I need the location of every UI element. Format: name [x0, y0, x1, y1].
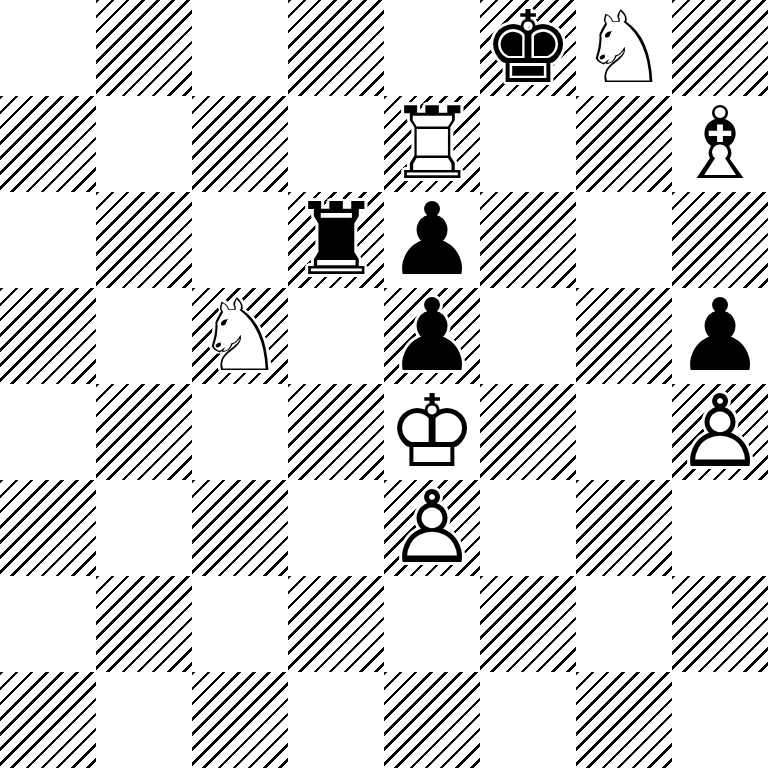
square-e7[interactable]: ♜♖: [384, 96, 480, 192]
square-b4[interactable]: [96, 384, 192, 480]
white-pawn-icon[interactable]: ♙: [384, 480, 480, 576]
white-bishop-icon[interactable]: ♗: [672, 96, 768, 192]
white-pawn-icon[interactable]: ♙: [672, 384, 768, 480]
black-pawn-icon[interactable]: ♟: [672, 288, 768, 384]
square-h6[interactable]: [672, 192, 768, 288]
square-b6[interactable]: [96, 192, 192, 288]
square-g8[interactable]: ♞♘: [576, 0, 672, 96]
black-pawn-icon[interactable]: ♟: [384, 288, 480, 384]
square-e6[interactable]: ♟♟: [384, 192, 480, 288]
square-h4[interactable]: ♟♙: [672, 384, 768, 480]
square-d5[interactable]: [288, 288, 384, 384]
square-c2[interactable]: [192, 576, 288, 672]
square-a4[interactable]: [0, 384, 96, 480]
square-a2[interactable]: [0, 576, 96, 672]
square-f7[interactable]: [480, 96, 576, 192]
square-f3[interactable]: [480, 480, 576, 576]
square-d3[interactable]: [288, 480, 384, 576]
square-c8[interactable]: [192, 0, 288, 96]
square-h2[interactable]: [672, 576, 768, 672]
square-a7[interactable]: [0, 96, 96, 192]
square-h5[interactable]: ♟♟: [672, 288, 768, 384]
square-e8[interactable]: [384, 0, 480, 96]
square-h3[interactable]: [672, 480, 768, 576]
square-e3[interactable]: ♟♙: [384, 480, 480, 576]
white-king-icon[interactable]: ♔: [384, 384, 480, 480]
square-b2[interactable]: [96, 576, 192, 672]
square-h7[interactable]: ♝♗: [672, 96, 768, 192]
square-b5[interactable]: [96, 288, 192, 384]
square-b7[interactable]: [96, 96, 192, 192]
black-rook-icon[interactable]: ♜: [288, 192, 384, 288]
square-d2[interactable]: [288, 576, 384, 672]
square-c1[interactable]: [192, 672, 288, 768]
square-g6[interactable]: [576, 192, 672, 288]
square-f1[interactable]: [480, 672, 576, 768]
square-e4[interactable]: ♚♔: [384, 384, 480, 480]
square-f6[interactable]: [480, 192, 576, 288]
square-a3[interactable]: [0, 480, 96, 576]
square-b3[interactable]: [96, 480, 192, 576]
square-d7[interactable]: [288, 96, 384, 192]
square-f8[interactable]: ♚♚: [480, 0, 576, 96]
square-g2[interactable]: [576, 576, 672, 672]
square-c5[interactable]: ♞♘: [192, 288, 288, 384]
black-pawn-icon[interactable]: ♟: [384, 192, 480, 288]
square-d8[interactable]: [288, 0, 384, 96]
square-a1[interactable]: [0, 672, 96, 768]
square-a8[interactable]: [0, 0, 96, 96]
square-e1[interactable]: [384, 672, 480, 768]
square-g4[interactable]: [576, 384, 672, 480]
white-knight-icon[interactable]: ♘: [576, 0, 672, 96]
square-e2[interactable]: [384, 576, 480, 672]
square-f5[interactable]: [480, 288, 576, 384]
square-c7[interactable]: [192, 96, 288, 192]
square-g7[interactable]: [576, 96, 672, 192]
square-c4[interactable]: [192, 384, 288, 480]
square-b1[interactable]: [96, 672, 192, 768]
square-a5[interactable]: [0, 288, 96, 384]
square-g1[interactable]: [576, 672, 672, 768]
square-g5[interactable]: [576, 288, 672, 384]
square-f2[interactable]: [480, 576, 576, 672]
white-knight-icon[interactable]: ♘: [192, 288, 288, 384]
square-d1[interactable]: [288, 672, 384, 768]
square-c6[interactable]: [192, 192, 288, 288]
black-king-icon[interactable]: ♚: [480, 0, 576, 96]
square-e5[interactable]: ♟♟: [384, 288, 480, 384]
square-d4[interactable]: [288, 384, 384, 480]
chess-board: ♚♚♞♘♜♖♝♗♜♜♟♟♞♘♟♟♟♟♚♔♟♙♟♙: [0, 0, 768, 768]
square-a6[interactable]: [0, 192, 96, 288]
square-b8[interactable]: [96, 0, 192, 96]
square-f4[interactable]: [480, 384, 576, 480]
square-d6[interactable]: ♜♜: [288, 192, 384, 288]
square-g3[interactable]: [576, 480, 672, 576]
white-rook-icon[interactable]: ♖: [384, 96, 480, 192]
square-c3[interactable]: [192, 480, 288, 576]
square-h8[interactable]: [672, 0, 768, 96]
square-h1[interactable]: [672, 672, 768, 768]
